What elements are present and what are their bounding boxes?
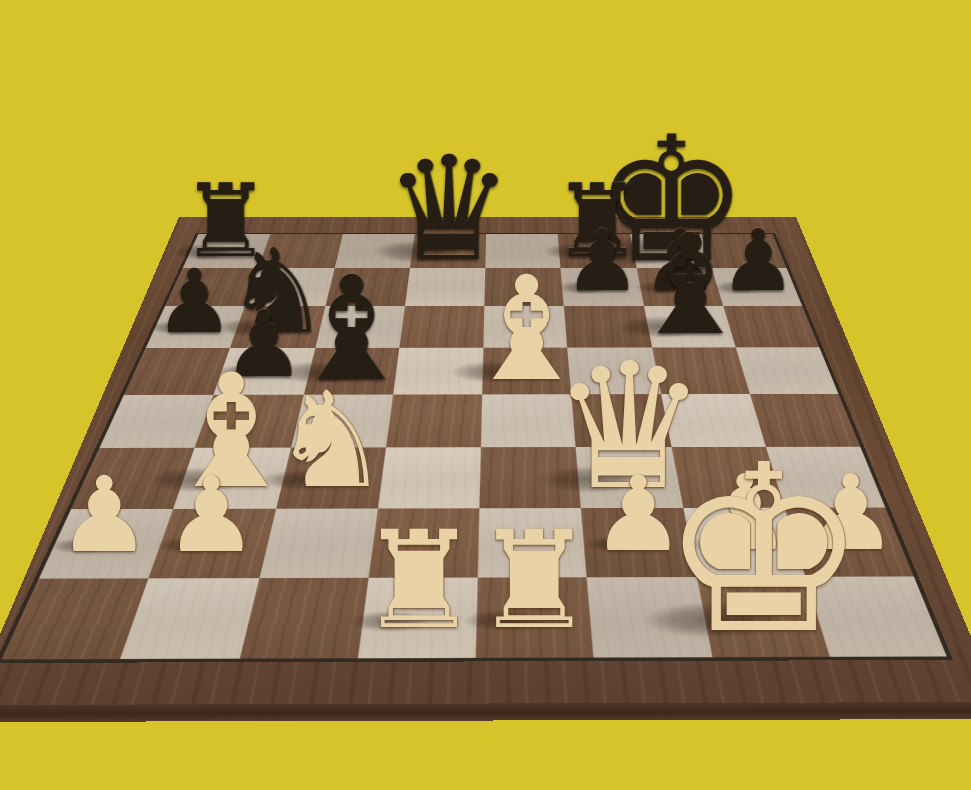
app-background: ♚♜♛♜♟♟♟♝♞♟♝♝♟♛♞♝♟♟♟♟♟♚♜♜ <box>0 0 971 790</box>
piece-white-rook-e1[interactable]: ♜ <box>474 513 595 648</box>
board-frame-front-face <box>0 702 971 722</box>
piece-white-pawn-a2[interactable]: ♟ <box>57 462 151 566</box>
square-c1[interactable] <box>239 578 368 659</box>
piece-white-king-g1[interactable]: ♚ <box>660 435 868 666</box>
square-d3[interactable] <box>378 447 481 508</box>
piece-white-rook-d1[interactable]: ♜ <box>359 513 480 648</box>
piece-white-pawn-b2[interactable]: ♟ <box>165 462 259 566</box>
